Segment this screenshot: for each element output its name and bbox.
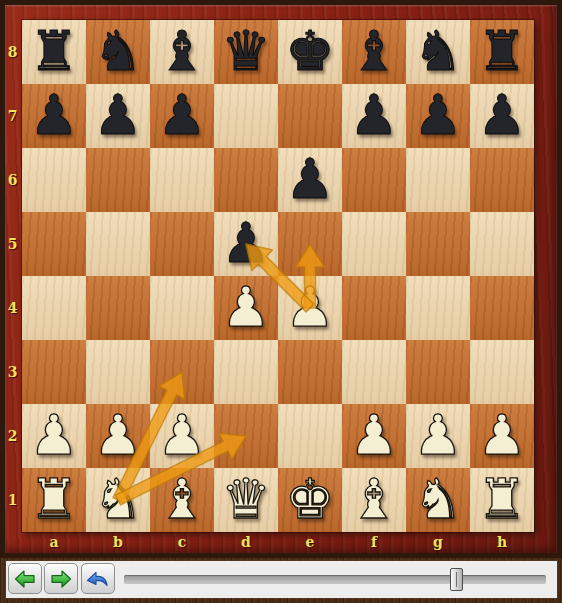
square-a8[interactable]: ♜ (22, 20, 86, 84)
piece-white-pawn[interactable]: ♟ (342, 404, 406, 468)
piece-black-rook[interactable]: ♜ (22, 20, 86, 84)
square-h4[interactable] (470, 276, 534, 340)
rank-label-6: 6 (4, 148, 21, 212)
square-d3[interactable] (214, 340, 278, 404)
square-h2[interactable]: ♟ (470, 404, 534, 468)
square-e2[interactable] (278, 404, 342, 468)
square-f8[interactable]: ♝ (342, 20, 406, 84)
piece-white-rook[interactable]: ♜ (470, 468, 534, 532)
square-d2[interactable] (214, 404, 278, 468)
square-a7[interactable]: ♟ (22, 84, 86, 148)
square-f5[interactable] (342, 212, 406, 276)
piece-white-rook[interactable]: ♜ (22, 468, 86, 532)
piece-white-pawn[interactable]: ♟ (214, 276, 278, 340)
piece-black-king[interactable]: ♚ (278, 20, 342, 84)
square-h7[interactable]: ♟ (470, 84, 534, 148)
piece-white-king[interactable]: ♚ (278, 468, 342, 532)
file-label-b: b (86, 532, 150, 553)
forward-button[interactable] (44, 563, 78, 594)
move-slider[interactable] (124, 575, 546, 584)
square-g6[interactable] (406, 148, 470, 212)
square-g7[interactable]: ♟ (406, 84, 470, 148)
square-f3[interactable] (342, 340, 406, 404)
square-c1[interactable]: ♝ (150, 468, 214, 532)
square-d1[interactable]: ♛ (214, 468, 278, 532)
chess-app-window: ♜♞♝♛♚♝♞♜♟♟♟♟♟♟♟♟♟♟♟♟♟♟♟♟♜♞♝♛♚♝♞♜ 8765432… (0, 0, 562, 603)
piece-black-pawn[interactable]: ♟ (406, 84, 470, 148)
piece-black-pawn[interactable]: ♟ (86, 84, 150, 148)
square-g8[interactable]: ♞ (406, 20, 470, 84)
piece-white-pawn[interactable]: ♟ (278, 276, 342, 340)
square-c2[interactable]: ♟ (150, 404, 214, 468)
square-a3[interactable] (22, 340, 86, 404)
piece-white-pawn[interactable]: ♟ (86, 404, 150, 468)
piece-black-pawn[interactable]: ♟ (150, 84, 214, 148)
rank-label-4: 4 (4, 276, 21, 340)
square-e8[interactable]: ♚ (278, 20, 342, 84)
square-c7[interactable]: ♟ (150, 84, 214, 148)
square-b4[interactable] (86, 276, 150, 340)
piece-white-pawn[interactable]: ♟ (470, 404, 534, 468)
piece-black-pawn[interactable]: ♟ (470, 84, 534, 148)
square-e1[interactable]: ♚ (278, 468, 342, 532)
undo-button[interactable] (81, 563, 115, 594)
square-f4[interactable] (342, 276, 406, 340)
rank-label-5: 5 (4, 212, 21, 276)
square-d5[interactable]: ♟ (214, 212, 278, 276)
square-c3[interactable] (150, 340, 214, 404)
navigation-toolbar (0, 558, 562, 603)
chess-board: ♜♞♝♛♚♝♞♜♟♟♟♟♟♟♟♟♟♟♟♟♟♟♟♟♜♞♝♛♚♝♞♜ (22, 20, 534, 532)
file-label-a: a (22, 532, 86, 553)
square-f7[interactable]: ♟ (342, 84, 406, 148)
file-label-g: g (406, 532, 470, 553)
square-g5[interactable] (406, 212, 470, 276)
piece-black-knight[interactable]: ♞ (406, 20, 470, 84)
square-e6[interactable]: ♟ (278, 148, 342, 212)
piece-white-queen[interactable]: ♛ (214, 468, 278, 532)
piece-white-bishop[interactable]: ♝ (342, 468, 406, 532)
square-c5[interactable] (150, 212, 214, 276)
square-a6[interactable] (22, 148, 86, 212)
square-g1[interactable]: ♞ (406, 468, 470, 532)
piece-black-pawn[interactable]: ♟ (22, 84, 86, 148)
square-a5[interactable] (22, 212, 86, 276)
arrow-undo-blue-icon (86, 568, 110, 590)
rank-label-3: 3 (4, 340, 21, 404)
square-b7[interactable]: ♟ (86, 84, 150, 148)
square-e4[interactable]: ♟ (278, 276, 342, 340)
square-e5[interactable] (278, 212, 342, 276)
square-b5[interactable] (86, 212, 150, 276)
square-g3[interactable] (406, 340, 470, 404)
file-label-d: d (214, 532, 278, 553)
piece-black-bishop[interactable]: ♝ (150, 20, 214, 84)
file-label-c: c (150, 532, 214, 553)
piece-black-bishop[interactable]: ♝ (342, 20, 406, 84)
toolbar-panel (6, 561, 557, 598)
square-a4[interactable] (22, 276, 86, 340)
square-b6[interactable] (86, 148, 150, 212)
piece-black-rook[interactable]: ♜ (470, 20, 534, 84)
square-h8[interactable]: ♜ (470, 20, 534, 84)
rank-label-7: 7 (4, 84, 21, 148)
piece-white-knight[interactable]: ♞ (86, 468, 150, 532)
piece-black-queen[interactable]: ♛ (214, 20, 278, 84)
square-h3[interactable] (470, 340, 534, 404)
rank-label-8: 8 (4, 20, 21, 84)
back-button[interactable] (8, 563, 42, 594)
piece-black-pawn[interactable]: ♟ (278, 148, 342, 212)
square-g4[interactable] (406, 276, 470, 340)
piece-white-pawn[interactable]: ♟ (406, 404, 470, 468)
rank-label-2: 2 (4, 404, 21, 468)
square-b3[interactable] (86, 340, 150, 404)
square-b2[interactable]: ♟ (86, 404, 150, 468)
square-f2[interactable]: ♟ (342, 404, 406, 468)
square-d6[interactable] (214, 148, 278, 212)
rank-label-1: 1 (4, 468, 21, 532)
file-label-e: e (278, 532, 342, 553)
square-h1[interactable]: ♜ (470, 468, 534, 532)
move-slider-handle[interactable] (450, 568, 463, 591)
square-h5[interactable] (470, 212, 534, 276)
piece-black-pawn[interactable]: ♟ (342, 84, 406, 148)
piece-white-bishop[interactable]: ♝ (150, 468, 214, 532)
square-d7[interactable] (214, 84, 278, 148)
square-d4[interactable]: ♟ (214, 276, 278, 340)
square-c6[interactable] (150, 148, 214, 212)
square-e7[interactable] (278, 84, 342, 148)
arrow-right-green-icon (49, 568, 73, 590)
piece-black-pawn[interactable]: ♟ (214, 212, 278, 276)
square-a1[interactable]: ♜ (22, 468, 86, 532)
arrow-left-green-icon (13, 568, 37, 590)
square-d8[interactable]: ♛ (214, 20, 278, 84)
square-b8[interactable]: ♞ (86, 20, 150, 84)
piece-white-pawn[interactable]: ♟ (22, 404, 86, 468)
square-h6[interactable] (470, 148, 534, 212)
square-b1[interactable]: ♞ (86, 468, 150, 532)
file-label-h: h (470, 532, 534, 553)
square-c4[interactable] (150, 276, 214, 340)
piece-white-knight[interactable]: ♞ (406, 468, 470, 532)
square-f1[interactable]: ♝ (342, 468, 406, 532)
file-label-f: f (342, 532, 406, 553)
square-g2[interactable]: ♟ (406, 404, 470, 468)
square-e3[interactable] (278, 340, 342, 404)
piece-white-pawn[interactable]: ♟ (150, 404, 214, 468)
square-f6[interactable] (342, 148, 406, 212)
square-a2[interactable]: ♟ (22, 404, 86, 468)
piece-black-knight[interactable]: ♞ (86, 20, 150, 84)
square-c8[interactable]: ♝ (150, 20, 214, 84)
